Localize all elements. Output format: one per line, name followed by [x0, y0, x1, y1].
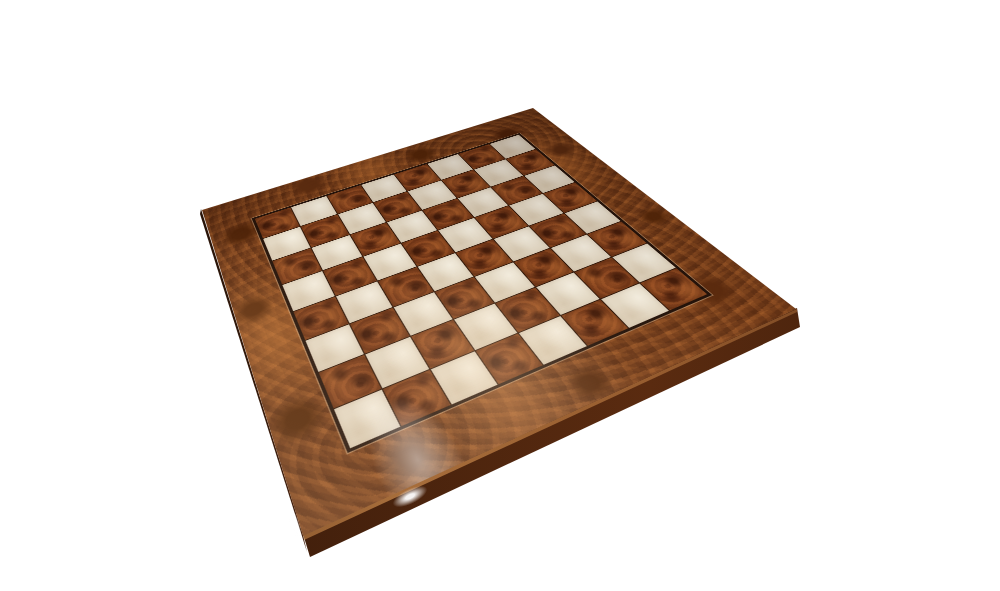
chess-board [202, 108, 796, 536]
chessboard-photo [0, 0, 1000, 591]
